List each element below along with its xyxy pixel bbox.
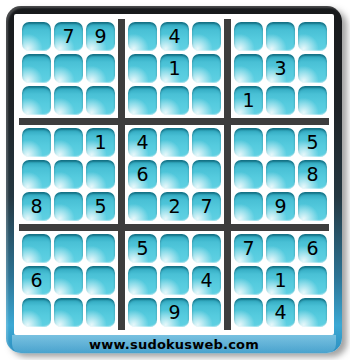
cell-r2c1[interactable]: [22, 54, 51, 83]
cell-r6c5[interactable]: 2: [160, 192, 189, 221]
box-2-0: 6: [19, 231, 118, 330]
cell-r3c5[interactable]: [160, 86, 189, 115]
footer-bar: www.sudokusweb.com: [12, 335, 336, 354]
box-0-2: 31: [231, 19, 330, 118]
cell-r2c5[interactable]: 1: [160, 54, 189, 83]
cell-r3c3[interactable]: [86, 86, 115, 115]
cell-r4c4[interactable]: 4: [128, 128, 157, 157]
cell-r1c7[interactable]: [234, 22, 263, 51]
cell-r8c5[interactable]: [160, 266, 189, 295]
cell-r1c9[interactable]: [298, 22, 327, 51]
cell-r6c3[interactable]: 5: [86, 192, 115, 221]
cell-r8c2[interactable]: [54, 266, 83, 295]
cell-r5c3[interactable]: [86, 160, 115, 189]
cell-r7c2[interactable]: [54, 234, 83, 263]
cell-r6c7[interactable]: [234, 192, 263, 221]
cell-r7c1[interactable]: [22, 234, 51, 263]
cell-r7c7[interactable]: 7: [234, 234, 263, 263]
cell-r2c7[interactable]: [234, 54, 263, 83]
cell-r3c9[interactable]: [298, 86, 327, 115]
cell-r9c9[interactable]: [298, 298, 327, 327]
cell-r6c4[interactable]: [128, 192, 157, 221]
cell-r9c6[interactable]: [192, 298, 221, 327]
cell-r8c1[interactable]: 6: [22, 266, 51, 295]
cell-r7c3[interactable]: [86, 234, 115, 263]
cell-r2c4[interactable]: [128, 54, 157, 83]
cell-r6c8[interactable]: 9: [266, 192, 295, 221]
cell-r6c9[interactable]: [298, 192, 327, 221]
cell-r6c1[interactable]: 8: [22, 192, 51, 221]
cell-r1c2[interactable]: 7: [54, 22, 83, 51]
cell-r3c7[interactable]: 1: [234, 86, 263, 115]
cell-r9c4[interactable]: [128, 298, 157, 327]
cell-r9c8[interactable]: 4: [266, 298, 295, 327]
cell-r5c6[interactable]: [192, 160, 221, 189]
cell-r9c3[interactable]: [86, 298, 115, 327]
cell-r1c3[interactable]: 9: [86, 22, 115, 51]
cell-r4c5[interactable]: [160, 128, 189, 157]
board-frame: 794131185462758965497614 www.sudokusweb.…: [6, 6, 342, 353]
box-1-0: 185: [19, 125, 118, 224]
cell-r5c7[interactable]: [234, 160, 263, 189]
cell-r3c4[interactable]: [128, 86, 157, 115]
cell-r4c8[interactable]: [266, 128, 295, 157]
cell-r7c8[interactable]: [266, 234, 295, 263]
cell-r2c6[interactable]: [192, 54, 221, 83]
cell-r2c9[interactable]: [298, 54, 327, 83]
cell-r1c1[interactable]: [22, 22, 51, 51]
cell-r8c7[interactable]: [234, 266, 263, 295]
cell-r3c8[interactable]: [266, 86, 295, 115]
cell-r4c3[interactable]: 1: [86, 128, 115, 157]
cell-r7c4[interactable]: 5: [128, 234, 157, 263]
box-1-1: 4627: [125, 125, 224, 224]
cell-r3c2[interactable]: [54, 86, 83, 115]
cell-r8c4[interactable]: [128, 266, 157, 295]
cell-r9c5[interactable]: 9: [160, 298, 189, 327]
cell-r4c7[interactable]: [234, 128, 263, 157]
cell-r4c2[interactable]: [54, 128, 83, 157]
cell-r1c8[interactable]: [266, 22, 295, 51]
cell-r4c1[interactable]: [22, 128, 51, 157]
cell-r8c8[interactable]: 1: [266, 266, 295, 295]
cell-r5c5[interactable]: [160, 160, 189, 189]
cell-r7c9[interactable]: 6: [298, 234, 327, 263]
cell-r8c6[interactable]: 4: [192, 266, 221, 295]
cell-r8c3[interactable]: [86, 266, 115, 295]
cell-r6c6[interactable]: 7: [192, 192, 221, 221]
cell-r3c1[interactable]: [22, 86, 51, 115]
box-0-1: 41: [125, 19, 224, 118]
cell-r9c1[interactable]: [22, 298, 51, 327]
cell-r4c6[interactable]: [192, 128, 221, 157]
cell-r2c8[interactable]: 3: [266, 54, 295, 83]
cell-r4c9[interactable]: 5: [298, 128, 327, 157]
box-1-2: 589: [231, 125, 330, 224]
cell-r8c9[interactable]: [298, 266, 327, 295]
sudoku-board: 794131185462758965497614: [14, 14, 334, 335]
cell-r2c2[interactable]: [54, 54, 83, 83]
cell-r5c8[interactable]: [266, 160, 295, 189]
box-0-0: 79: [19, 19, 118, 118]
cell-r5c9[interactable]: 8: [298, 160, 327, 189]
box-2-2: 7614: [231, 231, 330, 330]
page: 794131185462758965497614 www.sudokusweb.…: [0, 0, 350, 360]
cell-r9c2[interactable]: [54, 298, 83, 327]
cell-r2c3[interactable]: [86, 54, 115, 83]
cell-r5c2[interactable]: [54, 160, 83, 189]
cell-r9c7[interactable]: [234, 298, 263, 327]
cell-r1c6[interactable]: [192, 22, 221, 51]
cell-r5c4[interactable]: 6: [128, 160, 157, 189]
cell-r6c2[interactable]: [54, 192, 83, 221]
site-url[interactable]: www.sudokusweb.com: [89, 337, 259, 352]
box-2-1: 549: [125, 231, 224, 330]
cell-r1c4[interactable]: [128, 22, 157, 51]
cell-r7c5[interactable]: [160, 234, 189, 263]
cell-r1c5[interactable]: 4: [160, 22, 189, 51]
cell-r7c6[interactable]: [192, 234, 221, 263]
cell-r5c1[interactable]: [22, 160, 51, 189]
cell-r3c6[interactable]: [192, 86, 221, 115]
